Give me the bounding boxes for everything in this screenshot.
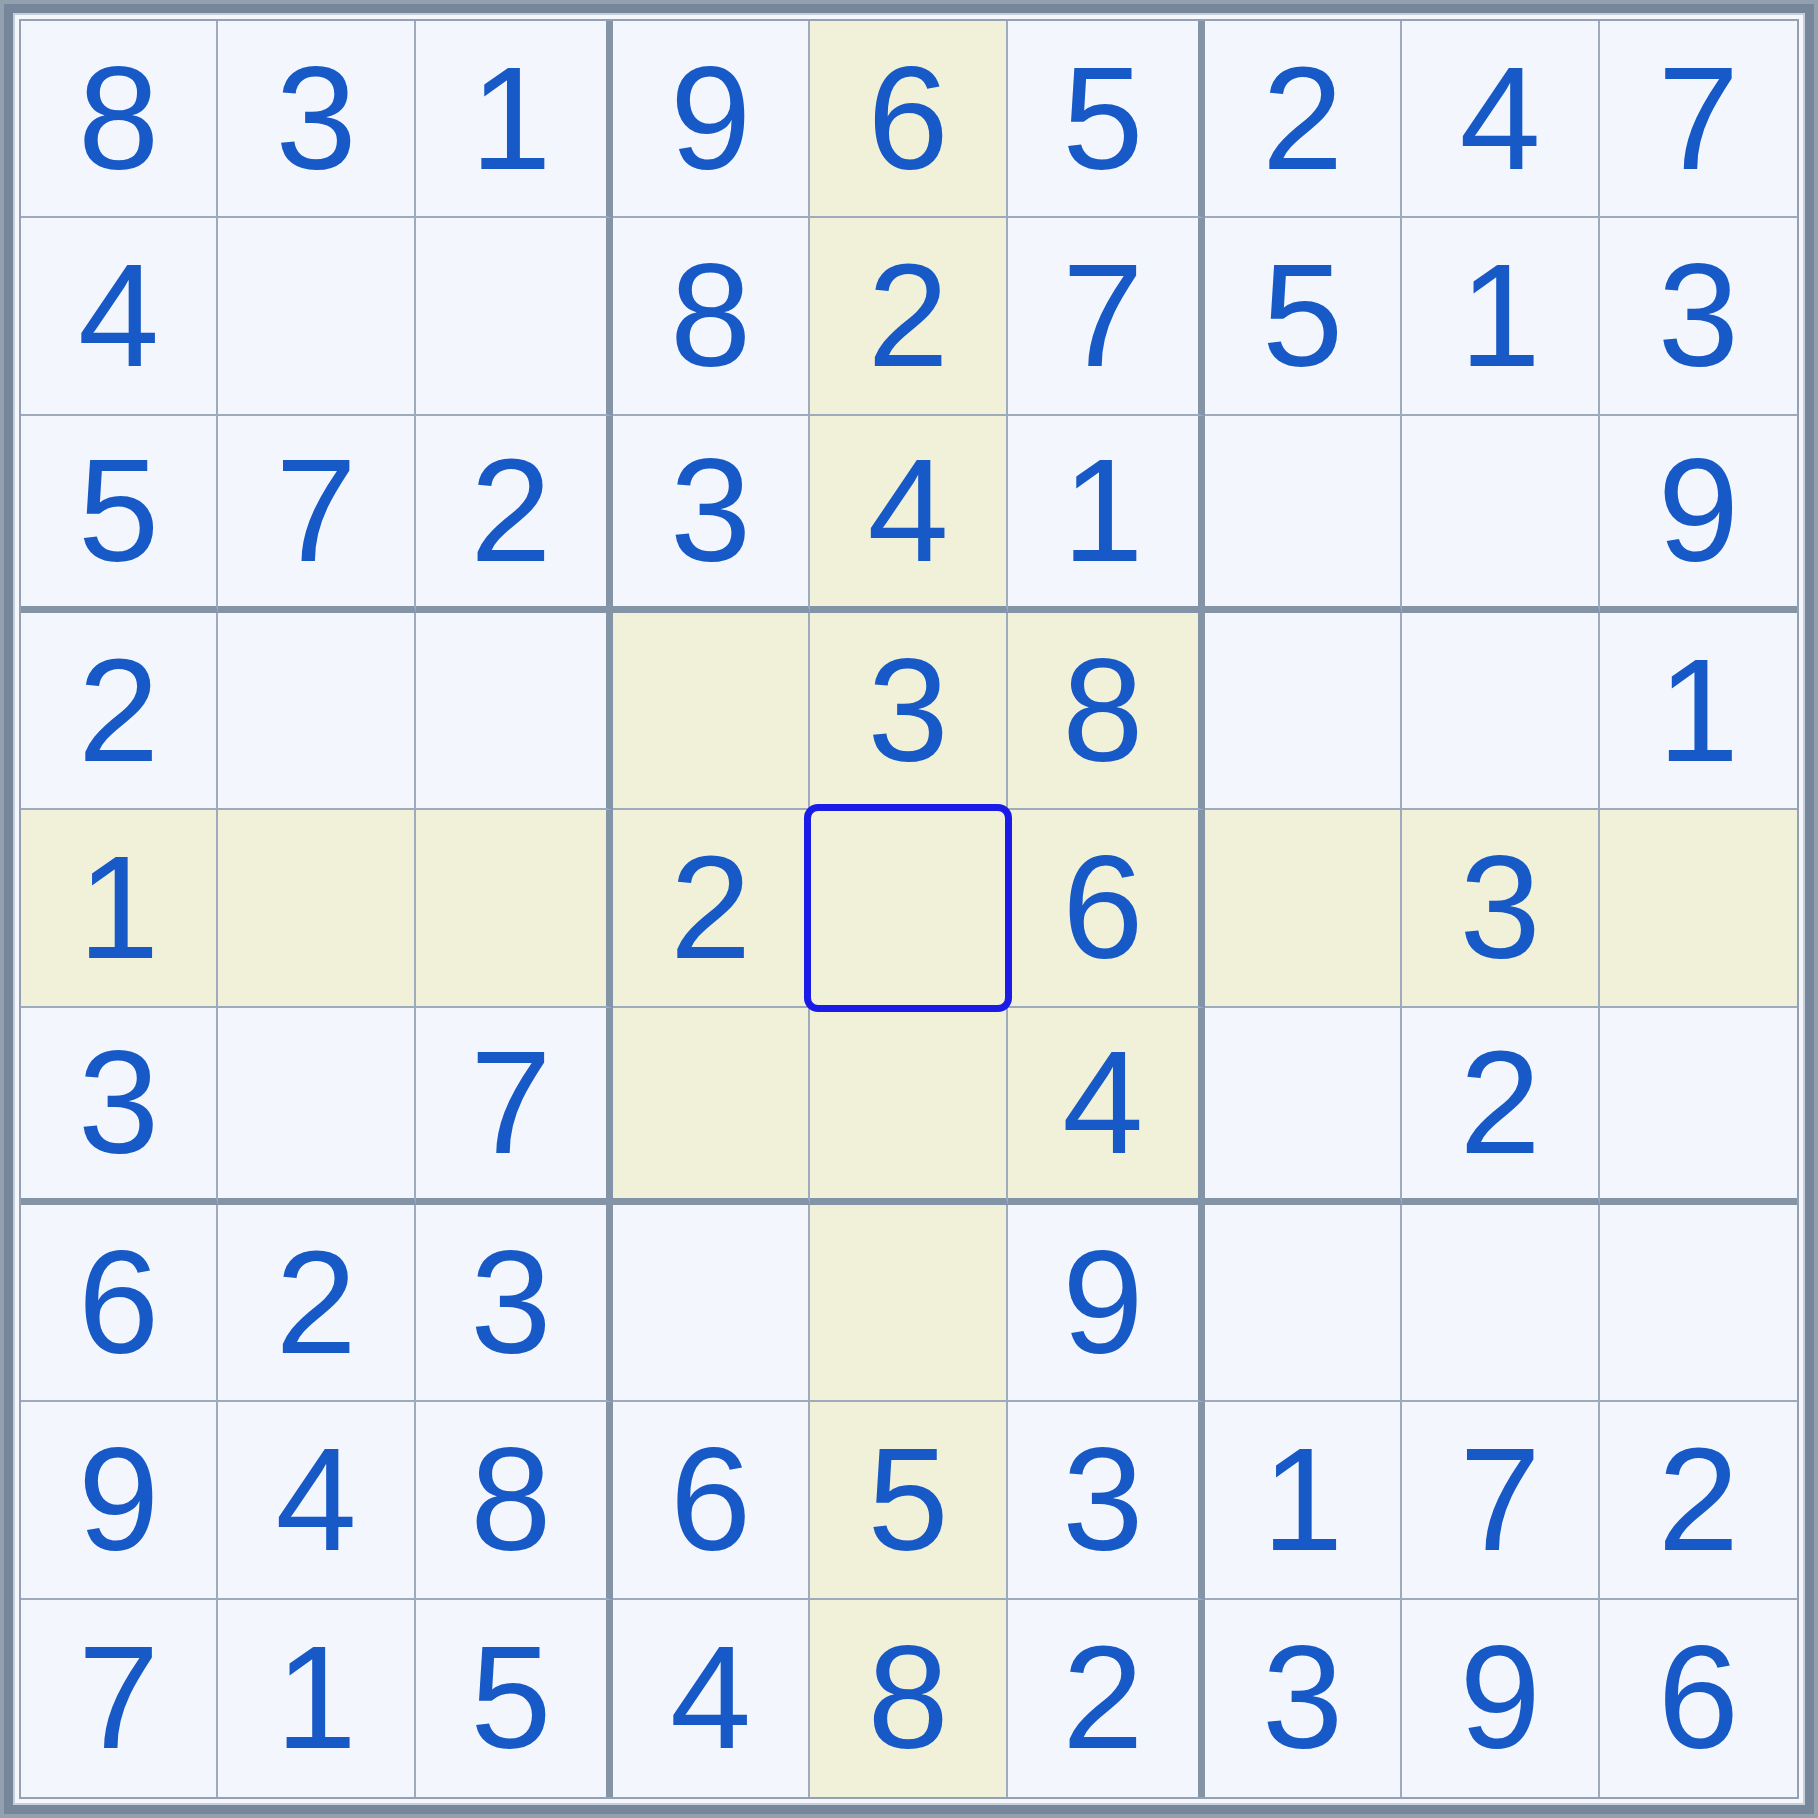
cell-r4c3[interactable] [416,613,613,810]
sudoku-board: 8319652474827513572341923811263374262399… [19,19,1799,1799]
cell-r5c5[interactable] [810,810,1007,1007]
cell-r6c2[interactable] [218,1008,415,1205]
cell-r6c5[interactable] [810,1008,1007,1205]
cell-r3c7[interactable] [1205,416,1402,613]
cell-r4c1[interactable]: 2 [21,613,218,810]
cell-r5c4[interactable]: 2 [613,810,810,1007]
cell-r6c6[interactable]: 4 [1008,1008,1205,1205]
cell-r6c3[interactable]: 7 [416,1008,613,1205]
cell-r9c7[interactable]: 3 [1205,1600,1402,1797]
cell-r2c7[interactable]: 5 [1205,218,1402,415]
cell-r9c1[interactable]: 7 [21,1600,218,1797]
cell-r1c2[interactable]: 3 [218,21,415,218]
cell-r8c7[interactable]: 1 [1205,1402,1402,1599]
cell-r8c1[interactable]: 9 [21,1402,218,1599]
cell-r5c7[interactable] [1205,810,1402,1007]
cell-r3c5[interactable]: 4 [810,416,1007,613]
board-mat: 8319652474827513572341923811263374262399… [13,13,1805,1805]
cell-r3c9[interactable]: 9 [1600,416,1797,613]
cell-r5c9[interactable] [1600,810,1797,1007]
cell-r3c8[interactable] [1402,416,1599,613]
cell-r2c3[interactable] [416,218,613,415]
cell-r1c5[interactable]: 6 [810,21,1007,218]
board-frame: 8319652474827513572341923811263374262399… [0,0,1818,1818]
cell-r7c2[interactable]: 2 [218,1205,415,1402]
cell-r6c8[interactable]: 2 [1402,1008,1599,1205]
cell-r4c7[interactable] [1205,613,1402,810]
cell-r9c3[interactable]: 5 [416,1600,613,1797]
cell-r1c7[interactable]: 2 [1205,21,1402,218]
cell-r4c2[interactable] [218,613,415,810]
cell-r1c1[interactable]: 8 [21,21,218,218]
cell-r4c8[interactable] [1402,613,1599,810]
cell-r7c1[interactable]: 6 [21,1205,218,1402]
cell-r9c8[interactable]: 9 [1402,1600,1599,1797]
cell-r6c9[interactable] [1600,1008,1797,1205]
cell-r8c3[interactable]: 8 [416,1402,613,1599]
cell-r7c5[interactable] [810,1205,1007,1402]
cell-r2c5[interactable]: 2 [810,218,1007,415]
cell-r5c2[interactable] [218,810,415,1007]
cell-r3c4[interactable]: 3 [613,416,810,613]
cell-r1c8[interactable]: 4 [1402,21,1599,218]
cell-r4c4[interactable] [613,613,810,810]
cell-r3c3[interactable]: 2 [416,416,613,613]
cell-r9c4[interactable]: 4 [613,1600,810,1797]
cell-r5c6[interactable]: 6 [1008,810,1205,1007]
cell-r7c4[interactable] [613,1205,810,1402]
cell-r2c2[interactable] [218,218,415,415]
cell-r5c8[interactable]: 3 [1402,810,1599,1007]
cell-r8c2[interactable]: 4 [218,1402,415,1599]
cell-r9c5[interactable]: 8 [810,1600,1007,1797]
cell-r2c9[interactable]: 3 [1600,218,1797,415]
cell-r2c8[interactable]: 1 [1402,218,1599,415]
cell-r8c4[interactable]: 6 [613,1402,810,1599]
cell-r3c1[interactable]: 5 [21,416,218,613]
cell-r1c3[interactable]: 1 [416,21,613,218]
cell-r6c1[interactable]: 3 [21,1008,218,1205]
cell-r3c2[interactable]: 7 [218,416,415,613]
cell-r7c3[interactable]: 3 [416,1205,613,1402]
cell-r7c7[interactable] [1205,1205,1402,1402]
cell-r4c6[interactable]: 8 [1008,613,1205,810]
cell-r5c1[interactable]: 1 [21,810,218,1007]
cell-r1c6[interactable]: 5 [1008,21,1205,218]
selected-cell-ring [804,804,1011,1011]
cell-r7c8[interactable] [1402,1205,1599,1402]
cell-r6c4[interactable] [613,1008,810,1205]
cell-r9c9[interactable]: 6 [1600,1600,1797,1797]
cell-r2c6[interactable]: 7 [1008,218,1205,415]
cell-r8c9[interactable]: 2 [1600,1402,1797,1599]
cell-r1c9[interactable]: 7 [1600,21,1797,218]
cell-r8c8[interactable]: 7 [1402,1402,1599,1599]
cell-r2c1[interactable]: 4 [21,218,218,415]
cell-r5c3[interactable] [416,810,613,1007]
cell-r8c5[interactable]: 5 [810,1402,1007,1599]
cell-r9c6[interactable]: 2 [1008,1600,1205,1797]
cell-r2c4[interactable]: 8 [613,218,810,415]
cell-r8c6[interactable]: 3 [1008,1402,1205,1599]
cell-r6c7[interactable] [1205,1008,1402,1205]
cell-r1c4[interactable]: 9 [613,21,810,218]
cell-r3c6[interactable]: 1 [1008,416,1205,613]
cell-r7c9[interactable] [1600,1205,1797,1402]
cell-r4c9[interactable]: 1 [1600,613,1797,810]
cell-r9c2[interactable]: 1 [218,1600,415,1797]
cell-r7c6[interactable]: 9 [1008,1205,1205,1402]
cell-r4c5[interactable]: 3 [810,613,1007,810]
